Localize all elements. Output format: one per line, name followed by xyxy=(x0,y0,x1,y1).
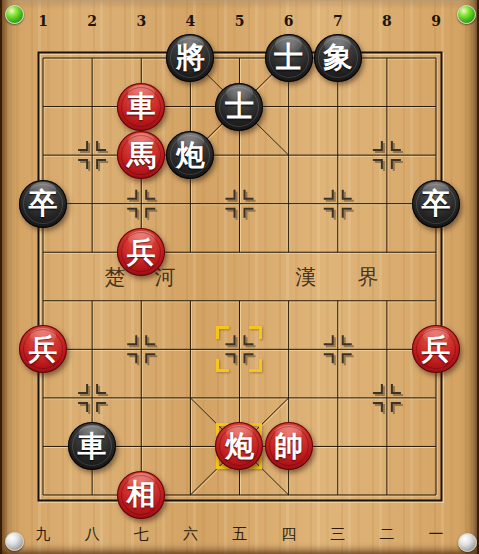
piece-black-soldier[interactable]: 卒 xyxy=(412,180,460,228)
piece-red-general[interactable]: 帥 xyxy=(265,422,313,470)
indicator-top-left xyxy=(5,5,24,24)
file-label-top-3: 3 xyxy=(126,13,156,29)
piece-black-elephant[interactable]: 象 xyxy=(314,34,362,82)
piece-red-soldier[interactable]: 兵 xyxy=(117,228,165,276)
piece-red-elephant[interactable]: 相 xyxy=(117,471,165,519)
file-label-top-7: 7 xyxy=(323,13,353,29)
piece-red-chariot[interactable]: 車 xyxy=(117,83,165,131)
file-label-bottom-8: 二 xyxy=(372,525,402,544)
last-move-highlight xyxy=(216,326,262,372)
pieces-grid: 將士象車士馬炮卒卒兵兵兵車炮帥相 xyxy=(18,34,460,519)
file-label-bottom-3: 七 xyxy=(126,525,156,544)
piece-black-advisor[interactable]: 士 xyxy=(265,34,313,82)
piece-red-soldier[interactable]: 兵 xyxy=(412,325,460,373)
file-label-top-5: 5 xyxy=(225,13,255,29)
file-label-bottom-5: 五 xyxy=(225,525,255,544)
file-label-top-8: 8 xyxy=(372,13,402,29)
file-label-top-1: 1 xyxy=(28,13,58,29)
indicator-bottom-right xyxy=(458,533,477,552)
file-label-top-6: 6 xyxy=(274,13,304,29)
xiangqi-board-app: 123456789 九八七六五四三二一 楚河漢界 將士象車士馬炮卒卒兵兵兵車炮帥… xyxy=(0,0,479,554)
indicator-bottom-left xyxy=(5,532,24,551)
file-label-bottom-9: 一 xyxy=(421,525,451,544)
piece-black-cannon[interactable]: 炮 xyxy=(166,131,214,179)
file-label-top-9: 9 xyxy=(421,13,451,29)
indicator-top-right xyxy=(457,5,476,24)
file-label-bottom-4: 六 xyxy=(175,525,205,544)
piece-red-horse[interactable]: 馬 xyxy=(117,131,165,179)
file-label-top-4: 4 xyxy=(175,13,205,29)
file-label-top-2: 2 xyxy=(77,13,107,29)
file-label-bottom-1: 九 xyxy=(28,525,58,544)
piece-black-advisor[interactable]: 士 xyxy=(215,83,263,131)
file-label-bottom-6: 四 xyxy=(274,525,304,544)
piece-black-chariot[interactable]: 車 xyxy=(68,422,116,470)
file-label-bottom-2: 八 xyxy=(77,525,107,544)
piece-black-general[interactable]: 將 xyxy=(166,34,214,82)
file-label-bottom-7: 三 xyxy=(323,525,353,544)
piece-black-soldier[interactable]: 卒 xyxy=(19,180,67,228)
piece-red-soldier[interactable]: 兵 xyxy=(19,325,67,373)
